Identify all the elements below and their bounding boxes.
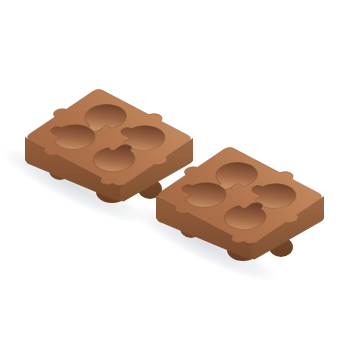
product-photo (0, 0, 350, 350)
product-photo-canvas (0, 0, 350, 350)
